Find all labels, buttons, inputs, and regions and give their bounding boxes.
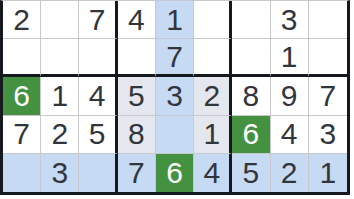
sudoku-cell-r9c6[interactable]: 4 [194, 154, 232, 192]
sudoku-cell-r7c5[interactable]: 3 [156, 77, 194, 115]
sudoku-cell-r9c9[interactable]: 1 [309, 154, 347, 192]
sudoku-cell-r7c6[interactable]: 2 [194, 77, 232, 115]
sudoku-cell-r5c3[interactable]: 7 [79, 1, 117, 39]
sudoku-cell-r5c2-empty[interactable] [41, 1, 79, 39]
sudoku-cell-r6c8[interactable]: 1 [271, 39, 309, 77]
sudoku-cell-r9c4[interactable]: 7 [118, 154, 156, 192]
sudoku-cell-r8c7[interactable]: 6 [232, 116, 270, 154]
sudoku-cell-r8c4[interactable]: 8 [118, 116, 156, 154]
sudoku-cell-r8c3[interactable]: 5 [79, 116, 117, 154]
sudoku-cell-r8c8[interactable]: 4 [271, 116, 309, 154]
sudoku-cell-r7c4[interactable]: 5 [118, 77, 156, 115]
sudoku-cell-r6c6-empty[interactable] [194, 39, 232, 77]
sudoku-cell-r7c1[interactable]: 6 [3, 77, 41, 115]
sudoku-cell-r9c1-empty[interactable] [3, 154, 41, 192]
sudoku-cell-r5c5[interactable]: 1 [156, 1, 194, 39]
sudoku-cell-r9c5[interactable]: 6 [156, 154, 194, 192]
sudoku-cell-r7c8[interactable]: 9 [271, 77, 309, 115]
sudoku-cell-r9c3-empty[interactable] [79, 154, 117, 192]
sudoku-cell-r7c2[interactable]: 1 [41, 77, 79, 115]
sudoku-cell-r6c7-empty[interactable] [232, 39, 270, 77]
sudoku-cell-r5c7-empty[interactable] [232, 1, 270, 39]
sudoku-cell-r6c2-empty[interactable] [41, 39, 79, 77]
sudoku-cell-r7c9[interactable]: 7 [309, 77, 347, 115]
sudoku-cell-r9c7[interactable]: 5 [232, 154, 270, 192]
sudoku-cell-r8c6[interactable]: 1 [194, 116, 232, 154]
sudoku-cell-r8c5-empty[interactable] [156, 116, 194, 154]
sudoku-cell-r6c4-empty[interactable] [118, 39, 156, 77]
sudoku-cell-r6c1-empty[interactable] [3, 39, 41, 77]
sudoku-cell-r8c9[interactable]: 3 [309, 116, 347, 154]
sudoku-cell-r9c8[interactable]: 2 [271, 154, 309, 192]
sudoku-board: 2741371614532897725816433764521 [0, 0, 350, 195]
sudoku-cell-r5c8[interactable]: 3 [271, 1, 309, 39]
sudoku-cell-r6c3-empty[interactable] [79, 39, 117, 77]
sudoku-cell-r5c6-empty[interactable] [194, 1, 232, 39]
sudoku-cell-r5c1[interactable]: 2 [3, 1, 41, 39]
sudoku-cell-r5c9-empty[interactable] [309, 1, 347, 39]
sudoku-cell-r6c5[interactable]: 7 [156, 39, 194, 77]
sudoku-cell-r5c4[interactable]: 4 [118, 1, 156, 39]
sudoku-cell-r6c9-empty[interactable] [309, 39, 347, 77]
sudoku-screenshot: 2741371614532897725816433764521 [0, 0, 354, 199]
sudoku-cell-r7c7[interactable]: 8 [232, 77, 270, 115]
sudoku-cell-r8c2[interactable]: 2 [41, 116, 79, 154]
sudoku-cell-r7c3[interactable]: 4 [79, 77, 117, 115]
sudoku-cell-r9c2[interactable]: 3 [41, 154, 79, 192]
sudoku-cell-r8c1[interactable]: 7 [3, 116, 41, 154]
